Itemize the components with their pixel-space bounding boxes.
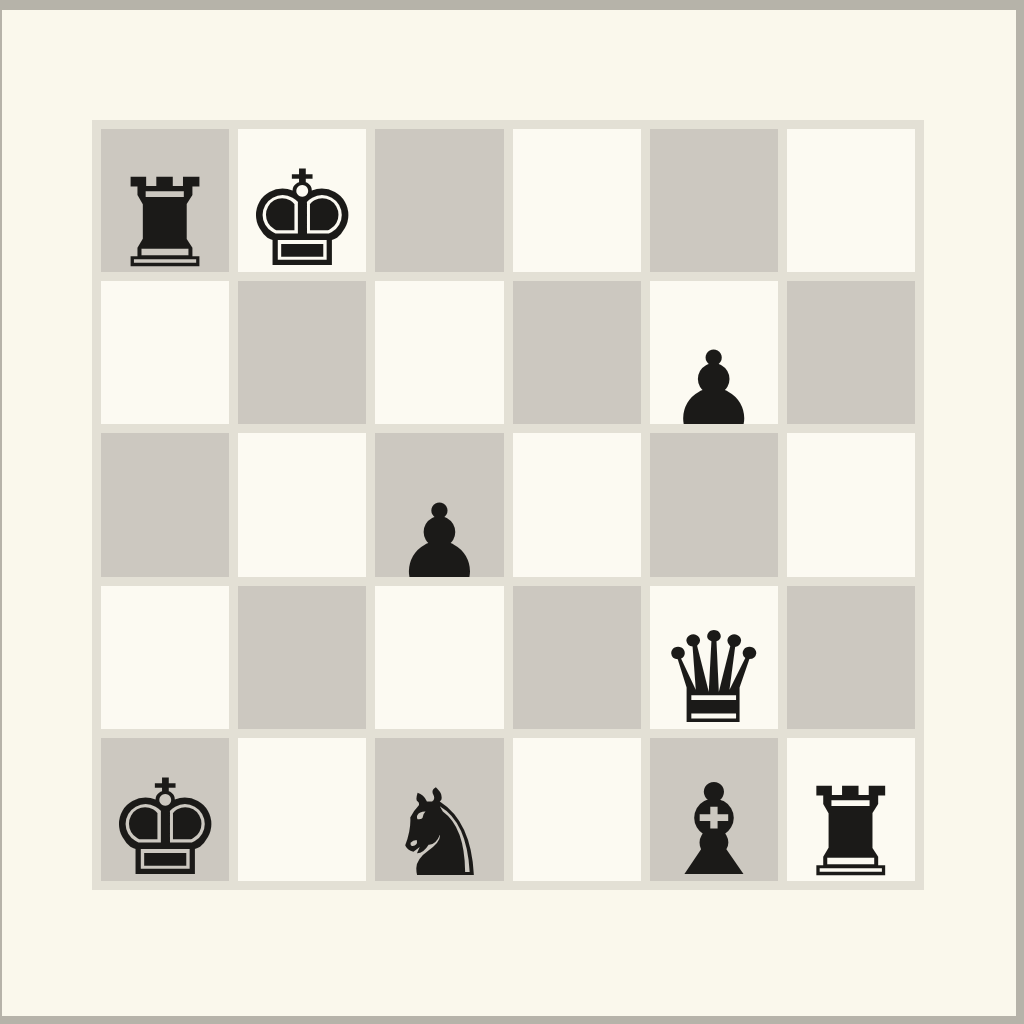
square-r5c4[interactable] [513,738,641,881]
board: ♜♚♟♟♛♚♞♝♜ [92,120,924,890]
square-r3c6[interactable] [787,433,915,576]
black-king[interactable]: ♚ [243,153,361,285]
square-r4c5[interactable]: ♛ [650,586,778,729]
square-r2c5[interactable]: ♟ [650,281,778,424]
square-r4c4[interactable] [513,586,641,729]
black-rook[interactable]: ♜ [110,163,219,285]
square-r1c5[interactable] [650,129,778,272]
black-rook[interactable]: ♜ [796,772,905,894]
square-r1c2[interactable]: ♚ [238,129,366,272]
square-r3c1[interactable] [101,433,229,576]
square-r2c3[interactable] [375,281,503,424]
square-r2c6[interactable] [787,281,915,424]
square-r4c2[interactable] [238,586,366,729]
square-r5c2[interactable] [238,738,366,881]
black-king[interactable]: ♚ [106,762,224,894]
square-r4c6[interactable] [787,586,915,729]
square-r5c3[interactable]: ♞ [375,738,503,881]
square-r1c1[interactable]: ♜ [101,129,229,272]
black-bishop[interactable]: ♝ [657,768,770,894]
square-r5c6[interactable]: ♜ [787,738,915,881]
black-pawn[interactable]: ♟ [668,338,759,440]
page-background: ♜♚♟♟♛♚♞♝♜ [0,0,1024,1024]
square-r5c5[interactable]: ♝ [650,738,778,881]
square-r4c3[interactable] [375,586,503,729]
black-pawn[interactable]: ♟ [394,491,485,593]
square-r3c2[interactable] [238,433,366,576]
square-r3c5[interactable] [650,433,778,576]
square-r1c3[interactable] [375,129,503,272]
square-r2c2[interactable] [238,281,366,424]
square-r4c1[interactable] [101,586,229,729]
black-queen[interactable]: ♛ [657,616,770,742]
square-r2c4[interactable] [513,281,641,424]
square-r1c4[interactable] [513,129,641,272]
square-r1c6[interactable] [787,129,915,272]
square-r3c4[interactable] [513,433,641,576]
square-r5c1[interactable]: ♚ [101,738,229,881]
square-r3c3[interactable]: ♟ [375,433,503,576]
square-r2c1[interactable] [101,281,229,424]
black-knight[interactable]: ♞ [386,774,494,894]
